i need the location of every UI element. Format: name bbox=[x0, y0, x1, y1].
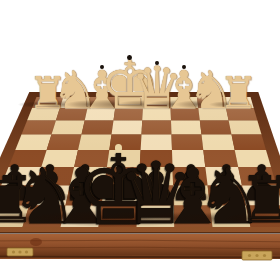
board-sheen bbox=[0, 97, 280, 227]
chess-board bbox=[0, 0, 280, 280]
brass-hinge-left bbox=[7, 248, 33, 256]
box-front bbox=[0, 234, 280, 259]
chess-set-product-photo: ♜♞♝♚♛♝♞♜♟♟♟♟♟♟♟♟♜♞♝♚♛♝♞♜ bbox=[0, 0, 280, 280]
brass-hinge-right bbox=[242, 251, 272, 260]
